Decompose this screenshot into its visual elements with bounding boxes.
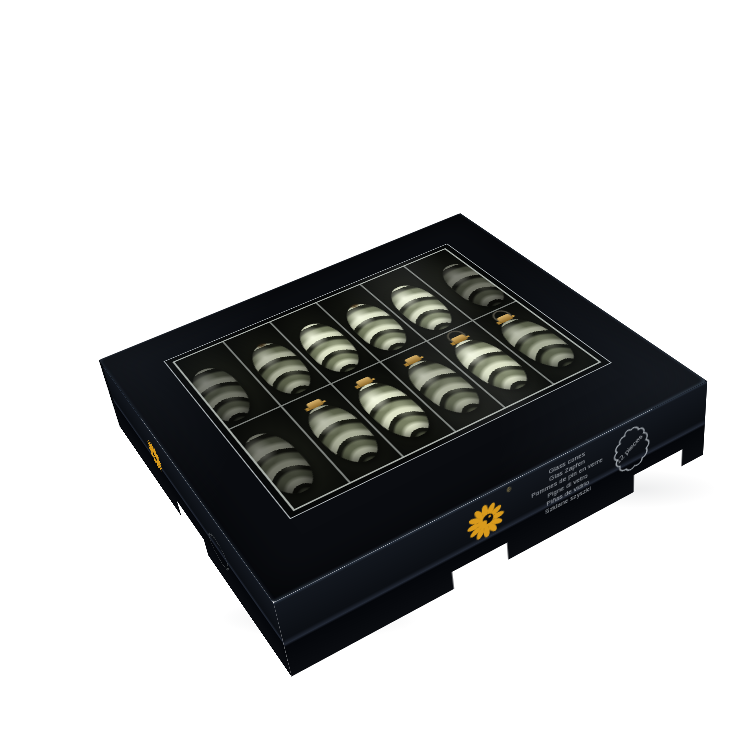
ornament-cell xyxy=(282,385,402,482)
ornament-cap xyxy=(355,376,374,387)
cone-tip-tuft xyxy=(252,340,271,351)
pinecone-ornament xyxy=(234,426,326,501)
ornament-cell xyxy=(230,407,348,509)
ornament-cell xyxy=(332,363,454,456)
ornament-box: ® Glass conesGlas ZapfenPommes de pin en… xyxy=(99,213,707,603)
pinecone-ornament xyxy=(296,399,389,471)
photo-scene: ® Glass conesGlas ZapfenPommes de pin en… xyxy=(0,0,756,756)
pinecone-ornament xyxy=(347,376,441,444)
pinecone-ornament xyxy=(183,362,260,428)
cone-tip-tuft xyxy=(345,301,364,311)
ornament-cap xyxy=(305,399,324,411)
